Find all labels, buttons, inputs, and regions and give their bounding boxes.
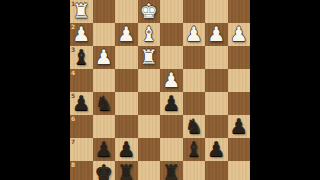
- square-c4[interactable]: [183, 69, 206, 92]
- square-a3[interactable]: [228, 46, 251, 69]
- square-h5[interactable]: 5♟: [70, 92, 93, 115]
- video-frame: 1♜♚2♟♟♝♟♟♟3♝♟♜4♟5♟♞♟6♞♟7♟♟♝♟8♚♜♜: [0, 0, 320, 180]
- rank-label-6: 6: [71, 115, 75, 122]
- square-b3[interactable]: [205, 46, 228, 69]
- square-a4[interactable]: [228, 69, 251, 92]
- square-h4[interactable]: 4: [70, 69, 93, 92]
- letterbox-left: [0, 0, 70, 180]
- black-pawn-f7[interactable]: ♟: [115, 138, 138, 161]
- square-e6[interactable]: [138, 115, 161, 138]
- chess-board: 1♜♚2♟♟♝♟♟♟3♝♟♜4♟5♟♞♟6♞♟7♟♟♝♟8♚♜♜: [70, 0, 250, 180]
- square-e7[interactable]: [138, 138, 161, 161]
- square-d1[interactable]: [160, 0, 183, 23]
- square-f2[interactable]: ♟: [115, 23, 138, 46]
- square-b8[interactable]: [205, 161, 228, 180]
- square-b4[interactable]: [205, 69, 228, 92]
- square-h7[interactable]: 7: [70, 138, 93, 161]
- square-h6[interactable]: 6: [70, 115, 93, 138]
- square-c1[interactable]: [183, 0, 206, 23]
- square-b7[interactable]: ♟: [205, 138, 228, 161]
- black-knight-g5[interactable]: ♞: [93, 92, 116, 115]
- square-a6[interactable]: ♟: [228, 115, 251, 138]
- white-pawn-g3[interactable]: ♟: [93, 46, 116, 69]
- square-e1[interactable]: ♚: [138, 0, 161, 23]
- black-pawn-a6[interactable]: ♟: [228, 115, 251, 138]
- square-d5[interactable]: ♟: [160, 92, 183, 115]
- square-g1[interactable]: [93, 0, 116, 23]
- white-bishop-e2[interactable]: ♝: [138, 23, 161, 46]
- white-rook-e3[interactable]: ♜: [138, 46, 161, 69]
- square-d6[interactable]: [160, 115, 183, 138]
- square-e2[interactable]: ♝: [138, 23, 161, 46]
- square-f7[interactable]: ♟: [115, 138, 138, 161]
- square-c2[interactable]: ♟: [183, 23, 206, 46]
- square-a7[interactable]: [228, 138, 251, 161]
- square-c3[interactable]: [183, 46, 206, 69]
- square-c5[interactable]: [183, 92, 206, 115]
- white-pawn-h2[interactable]: ♟: [70, 23, 93, 46]
- rank-label-8: 8: [71, 161, 75, 168]
- white-pawn-b2[interactable]: ♟: [205, 23, 228, 46]
- square-c6[interactable]: ♞: [183, 115, 206, 138]
- square-a2[interactable]: ♟: [228, 23, 251, 46]
- rank-label-4: 4: [71, 69, 75, 76]
- square-f5[interactable]: [115, 92, 138, 115]
- square-b5[interactable]: [205, 92, 228, 115]
- square-b1[interactable]: [205, 0, 228, 23]
- square-c8[interactable]: [183, 161, 206, 180]
- square-f8[interactable]: ♜: [115, 161, 138, 180]
- square-a8[interactable]: [228, 161, 251, 180]
- square-h2[interactable]: 2♟: [70, 23, 93, 46]
- square-c7[interactable]: ♝: [183, 138, 206, 161]
- white-king-e1[interactable]: ♚: [138, 0, 161, 23]
- black-pawn-g7[interactable]: ♟: [93, 138, 116, 161]
- square-h8[interactable]: 8: [70, 161, 93, 180]
- white-pawn-c2[interactable]: ♟: [183, 23, 206, 46]
- letterbox-right: [250, 0, 320, 180]
- square-g2[interactable]: [93, 23, 116, 46]
- black-rook-f8[interactable]: ♜: [115, 161, 138, 180]
- square-g6[interactable]: [93, 115, 116, 138]
- square-b2[interactable]: ♟: [205, 23, 228, 46]
- square-f3[interactable]: [115, 46, 138, 69]
- black-pawn-d5[interactable]: ♟: [160, 92, 183, 115]
- square-f1[interactable]: [115, 0, 138, 23]
- square-h1[interactable]: 1♜: [70, 0, 93, 23]
- black-bishop-h3[interactable]: ♝: [70, 46, 93, 69]
- square-e3[interactable]: ♜: [138, 46, 161, 69]
- black-king-g8[interactable]: ♚: [93, 161, 116, 180]
- square-g5[interactable]: ♞: [93, 92, 116, 115]
- square-f4[interactable]: [115, 69, 138, 92]
- black-bishop-c7[interactable]: ♝: [183, 138, 206, 161]
- black-rook-d8[interactable]: ♜: [160, 161, 183, 180]
- square-f6[interactable]: [115, 115, 138, 138]
- square-d7[interactable]: [160, 138, 183, 161]
- square-g7[interactable]: ♟: [93, 138, 116, 161]
- square-d4[interactable]: ♟: [160, 69, 183, 92]
- square-e4[interactable]: [138, 69, 161, 92]
- square-d2[interactable]: [160, 23, 183, 46]
- square-e5[interactable]: [138, 92, 161, 115]
- square-h3[interactable]: 3♝: [70, 46, 93, 69]
- black-pawn-b7[interactable]: ♟: [205, 138, 228, 161]
- square-e8[interactable]: [138, 161, 161, 180]
- white-rook-h1[interactable]: ♜: [70, 0, 93, 23]
- square-g4[interactable]: [93, 69, 116, 92]
- square-d3[interactable]: [160, 46, 183, 69]
- square-g8[interactable]: ♚: [93, 161, 116, 180]
- white-pawn-d4[interactable]: ♟: [160, 69, 183, 92]
- board-grid: 1♜♚2♟♟♝♟♟♟3♝♟♜4♟5♟♞♟6♞♟7♟♟♝♟8♚♜♜: [70, 0, 250, 180]
- square-d8[interactable]: ♜: [160, 161, 183, 180]
- square-g3[interactable]: ♟: [93, 46, 116, 69]
- square-a1[interactable]: [228, 0, 251, 23]
- white-pawn-f2[interactable]: ♟: [115, 23, 138, 46]
- rank-label-7: 7: [71, 138, 75, 145]
- square-a5[interactable]: [228, 92, 251, 115]
- black-knight-c6[interactable]: ♞: [183, 115, 206, 138]
- square-b6[interactable]: [205, 115, 228, 138]
- white-pawn-a2[interactable]: ♟: [228, 23, 251, 46]
- black-pawn-h5[interactable]: ♟: [70, 92, 93, 115]
